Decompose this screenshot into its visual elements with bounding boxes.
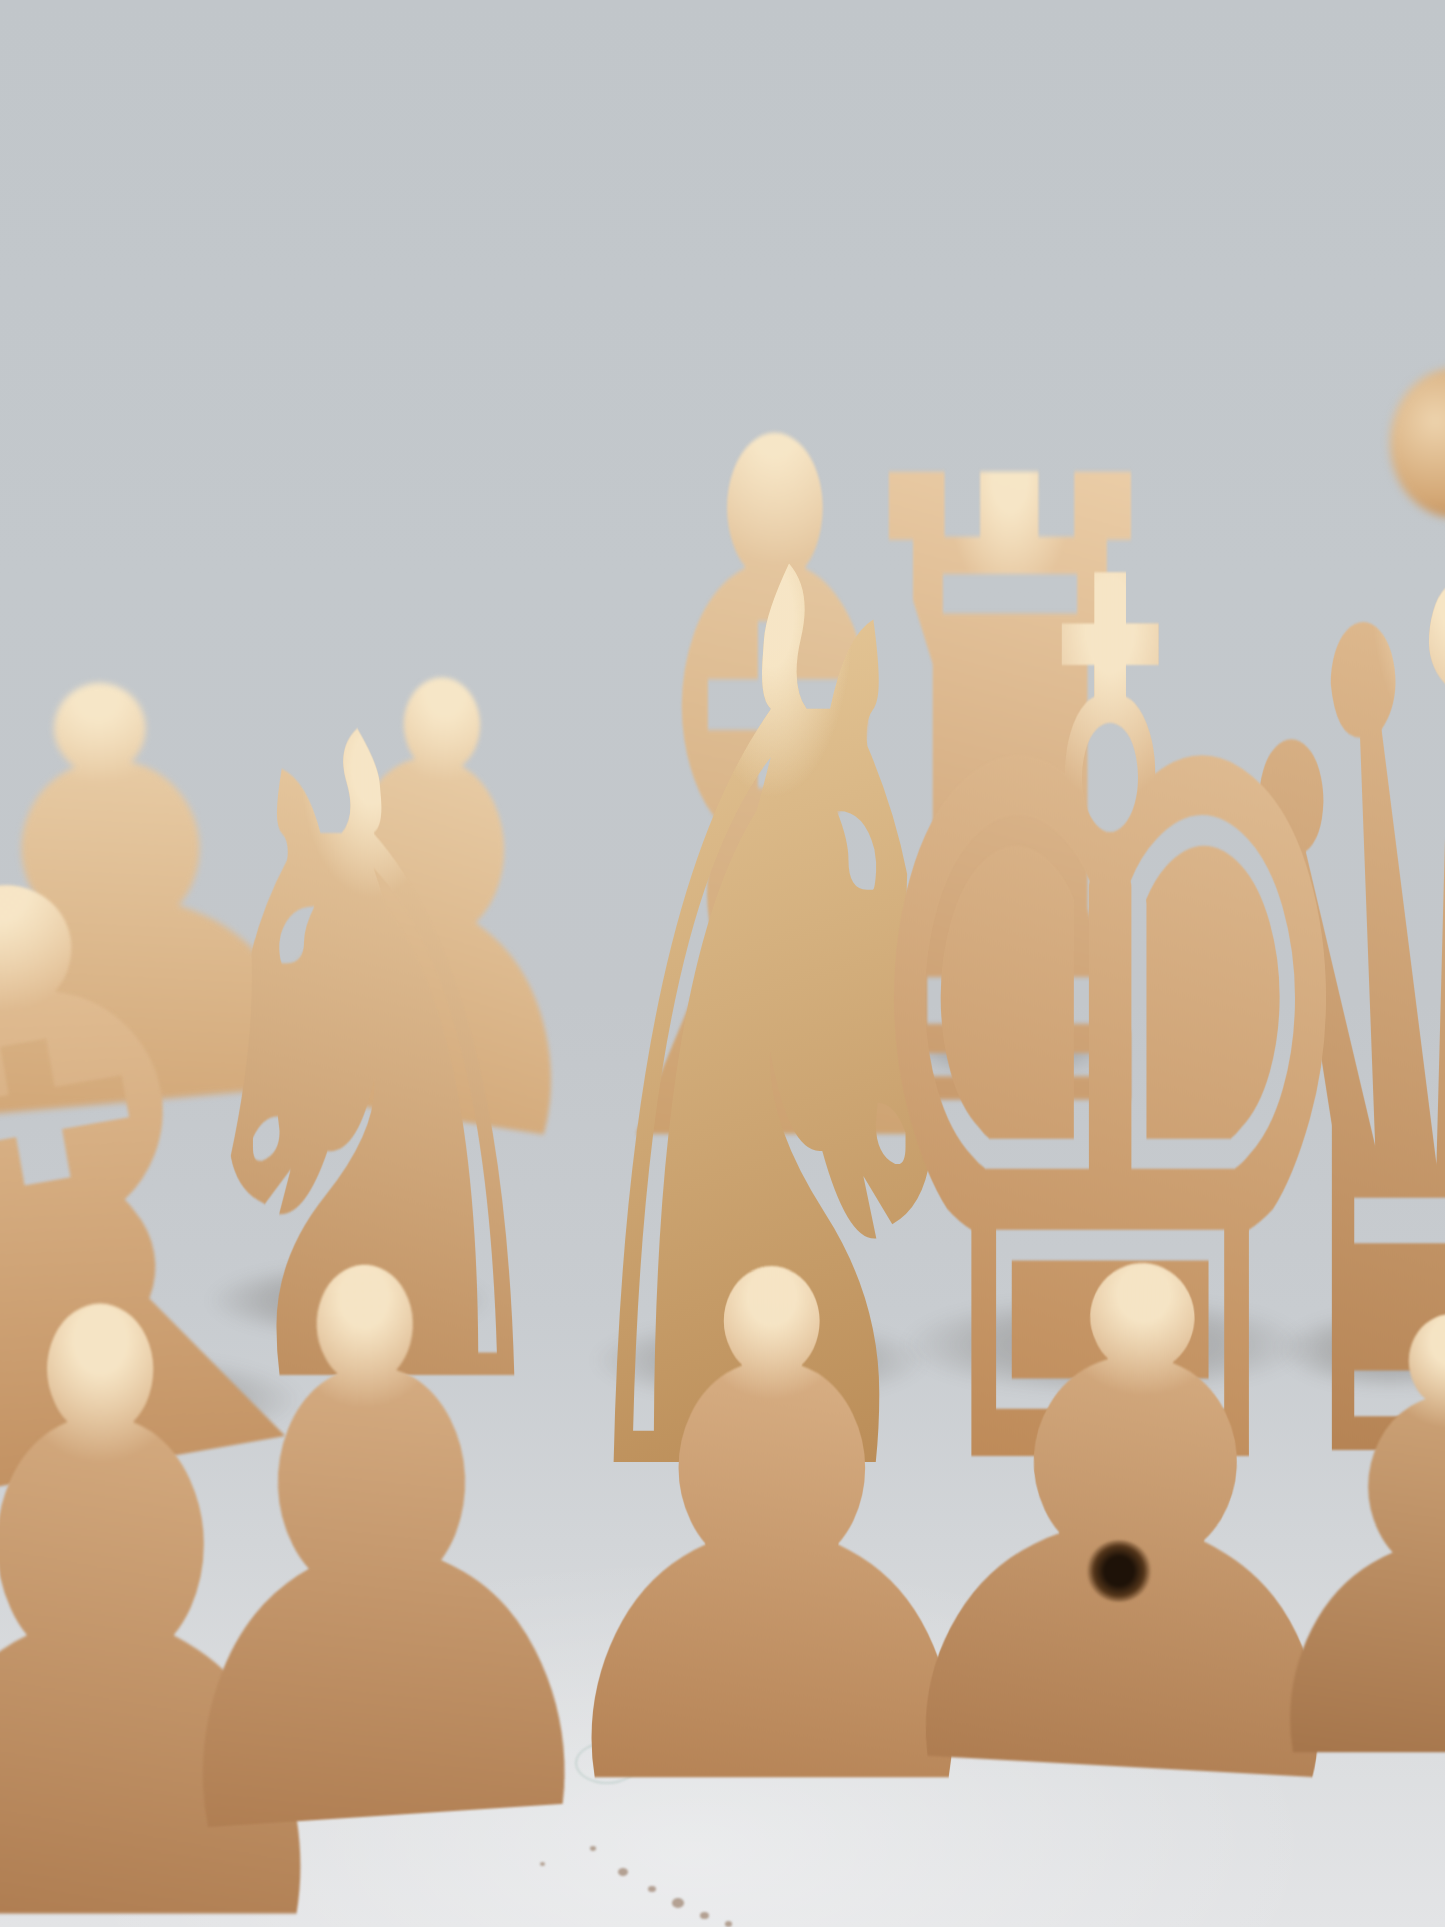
wood-knot-on-pawn [1086,1540,1152,1602]
photo-of-wooden-chess-pieces: ♟♟♝♜♛♝♞♞♚♟♟♟♟♟ [0,0,1445,1927]
piece-pawn-front-right-edge: ♟ [1182,1245,1445,1845]
